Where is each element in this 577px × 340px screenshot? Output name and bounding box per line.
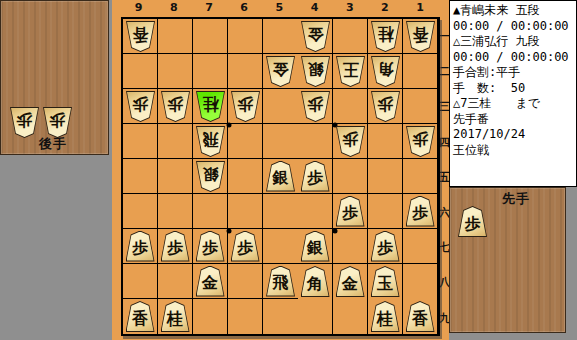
- board-cell-7九[interactable]: [193, 299, 228, 334]
- piece-kanji: 歩: [377, 96, 393, 116]
- shogi-piece-銀-gote[interactable]: 銀: [196, 161, 225, 192]
- board-cell-3九[interactable]: [333, 299, 368, 334]
- game-date: 2017/10/24: [453, 127, 576, 143]
- hoshi-dot: [333, 229, 338, 234]
- board-cell-5五[interactable]: 銀: [263, 159, 298, 194]
- file-label-6: 6: [227, 1, 262, 14]
- board-cell-4五[interactable]: 歩: [298, 159, 333, 194]
- file-labels: 987654321: [121, 1, 438, 14]
- piece-kanji: 桂: [377, 26, 393, 46]
- board-panel: 987654321 一二三四五六七八九 香金桂香金銀王角歩歩桂歩歩歩飛歩歩銀銀歩…: [112, 0, 449, 340]
- board-cell-4四[interactable]: [298, 124, 333, 159]
- piece-kanji: 歩: [465, 212, 481, 232]
- board-cell-3八[interactable]: 金: [333, 264, 368, 299]
- sente-clock: 00:00 / 00:00:00: [453, 19, 576, 35]
- board-cell-3五[interactable]: [333, 159, 368, 194]
- board-cell-7八[interactable]: 金: [193, 264, 228, 299]
- sente-hand-label: 先手: [502, 190, 530, 208]
- piece-kanji: 角: [307, 272, 323, 292]
- board-cell-2一[interactable]: 桂: [368, 19, 403, 54]
- board-cell-3四[interactable]: 歩: [333, 124, 368, 159]
- sente-player-name: ▲青嶋未来 五段: [453, 3, 576, 19]
- board-cell-9二[interactable]: [123, 54, 158, 89]
- board-cell-6八[interactable]: [228, 264, 263, 299]
- shogi-piece-金-sente[interactable]: 金: [196, 266, 225, 297]
- piece-kanji: 金: [307, 26, 323, 46]
- gote-hand-label: 後手: [39, 135, 67, 153]
- board-cell-9五[interactable]: [123, 159, 158, 194]
- piece-kanji: 銀: [202, 166, 218, 186]
- shogi-piece-歩-gote[interactable]: 歩: [371, 91, 400, 122]
- piece-kanji: 銀: [307, 236, 323, 256]
- board-cell-5七[interactable]: [263, 229, 298, 264]
- shogi-piece-歩-sente[interactable]: 歩: [196, 231, 225, 262]
- board-cell-5六[interactable]: [263, 194, 298, 229]
- piece-kanji: 銀: [273, 166, 289, 186]
- shogi-piece-歩-sente[interactable]: 歩: [301, 161, 330, 192]
- board-cell-1二[interactable]: [403, 54, 438, 89]
- shogi-piece-金-sente[interactable]: 金: [336, 266, 365, 297]
- board-cell-8五[interactable]: [158, 159, 193, 194]
- shogi-piece-王-gote[interactable]: 王: [336, 56, 365, 87]
- shogi-piece-香-gote[interactable]: 香: [126, 21, 155, 52]
- piece-kanji: 金: [342, 272, 358, 292]
- board-cell-3二[interactable]: 王: [333, 54, 368, 89]
- board-cell-6六[interactable]: [228, 194, 263, 229]
- board-cell-9四[interactable]: [123, 124, 158, 159]
- shogi-piece-金-gote[interactable]: 金: [266, 56, 295, 87]
- piece-kanji: 歩: [17, 113, 33, 133]
- shogi-piece-歩-gote[interactable]: 歩: [126, 91, 155, 122]
- board-cell-4七[interactable]: 銀: [298, 229, 333, 264]
- piece-kanji: 歩: [132, 96, 148, 116]
- piece-kanji: 桂: [167, 307, 183, 327]
- board-cell-7一[interactable]: [193, 19, 228, 54]
- file-label-5: 5: [262, 1, 297, 14]
- board-cell-5一[interactable]: [263, 19, 298, 54]
- piece-kanji: 歩: [412, 201, 428, 221]
- shogi-piece-歩-sente[interactable]: 歩: [458, 206, 487, 237]
- board-cell-6一[interactable]: [228, 19, 263, 54]
- piece-kanji: 香: [412, 26, 428, 46]
- board-cell-5九[interactable]: [263, 299, 298, 334]
- file-label-2: 2: [367, 1, 402, 14]
- piece-kanji: 歩: [307, 96, 323, 116]
- board-cell-7三[interactable]: 桂: [193, 89, 228, 124]
- shogi-piece-玉-sente[interactable]: 玉: [371, 266, 400, 297]
- board-cell-1七[interactable]: [403, 229, 438, 264]
- board-grid: 香金桂香金銀王角歩歩桂歩歩歩飛歩歩銀銀歩歩歩歩歩歩歩銀歩金飛角金玉香桂桂香: [121, 17, 440, 336]
- board-cell-2八[interactable]: 玉: [368, 264, 403, 299]
- board-cell-1四[interactable]: 歩: [403, 124, 438, 159]
- board-cell-5四[interactable]: [263, 124, 298, 159]
- move-count-label: 手 数: 50: [453, 81, 576, 97]
- board-cell-8六[interactable]: [158, 194, 193, 229]
- board-cell-9八[interactable]: [123, 264, 158, 299]
- shogi-piece-金-gote[interactable]: 金: [301, 21, 330, 52]
- hoshi-dot: [227, 123, 232, 128]
- board-cell-4三[interactable]: 歩: [298, 89, 333, 124]
- board-cell-1九[interactable]: 香: [403, 299, 438, 334]
- piece-kanji: 銀: [307, 61, 323, 81]
- piece-kanji: 香: [412, 307, 428, 327]
- gote-player-name: △三浦弘行 九段: [453, 34, 576, 50]
- board-cell-4六[interactable]: [298, 194, 333, 229]
- board-cell-8七[interactable]: 歩: [158, 229, 193, 264]
- shogi-app-window: 歩歩 後手 987654321 一二三四五六七八九 香金桂香金銀王角歩歩桂歩歩歩…: [0, 0, 577, 340]
- shogi-piece-飛-sente[interactable]: 飛: [266, 266, 295, 297]
- board-cell-1六[interactable]: 歩: [403, 194, 438, 229]
- shogi-piece-銀-gote[interactable]: 銀: [301, 56, 330, 87]
- piece-kanji: 歩: [237, 236, 253, 256]
- shogi-piece-歩-sente[interactable]: 歩: [336, 196, 365, 227]
- shogi-piece-銀-sente[interactable]: 銀: [266, 161, 295, 192]
- shogi-piece-飛-gote[interactable]: 飛: [196, 126, 225, 157]
- board-cell-1一[interactable]: 香: [403, 19, 438, 54]
- board-cell-2三[interactable]: 歩: [368, 89, 403, 124]
- piece-kanji: 歩: [412, 131, 428, 151]
- shogi-piece-歩-gote[interactable]: 歩: [336, 126, 365, 157]
- shogi-piece-歩-gote[interactable]: 歩: [161, 91, 190, 122]
- board-cell-7七[interactable]: 歩: [193, 229, 228, 264]
- board-cell-6二[interactable]: [228, 54, 263, 89]
- piece-kanji: 歩: [342, 201, 358, 221]
- board-cell-2二[interactable]: 角: [368, 54, 403, 89]
- board-cell-4八[interactable]: 角: [298, 264, 333, 299]
- board-cell-7二[interactable]: [193, 54, 228, 89]
- shogi-piece-桂-sente[interactable]: 桂: [161, 301, 190, 332]
- board-cell-5八[interactable]: 飛: [263, 264, 298, 299]
- board-cell-6九[interactable]: [228, 299, 263, 334]
- shogi-piece-歩-gote[interactable]: 歩: [406, 126, 435, 157]
- piece-kanji: 香: [132, 307, 148, 327]
- shogi-piece-香-sente[interactable]: 香: [406, 301, 435, 332]
- piece-kanji: 歩: [132, 236, 148, 256]
- board-cell-5二[interactable]: 金: [263, 54, 298, 89]
- board-cell-3一[interactable]: [333, 19, 368, 54]
- file-label-1: 1: [403, 1, 438, 14]
- piece-kanji: 飛: [273, 271, 289, 291]
- board-cell-8九[interactable]: 桂: [158, 299, 193, 334]
- shogi-piece-歩-sente[interactable]: 歩: [406, 196, 435, 227]
- piece-kanji: 桂: [202, 96, 218, 116]
- board-cell-1八[interactable]: [403, 264, 438, 299]
- board-cell-4九[interactable]: [298, 299, 333, 334]
- board-cell-2四[interactable]: [368, 124, 403, 159]
- shogi-piece-歩-sente[interactable]: 歩: [161, 231, 190, 262]
- shogi-piece-銀-sente[interactable]: 銀: [301, 231, 330, 262]
- board-cell-8二[interactable]: [158, 54, 193, 89]
- board-cell-7五[interactable]: 銀: [193, 159, 228, 194]
- piece-kanji: 歩: [237, 96, 253, 116]
- board-cell-2六[interactable]: [368, 194, 403, 229]
- board-cell-3七[interactable]: [333, 229, 368, 264]
- board-cell-8一[interactable]: [158, 19, 193, 54]
- shogi-piece-歩-gote[interactable]: 歩: [10, 107, 39, 138]
- file-label-3: 3: [332, 1, 367, 14]
- board-cell-7四[interactable]: 飛: [193, 124, 228, 159]
- shogi-piece-角-gote[interactable]: 角: [371, 56, 400, 87]
- piece-kanji: 玉: [377, 272, 393, 292]
- shogi-piece-桂-gote[interactable]: 桂: [196, 91, 225, 122]
- board-cell-2九[interactable]: 桂: [368, 299, 403, 334]
- piece-kanji: 金: [202, 271, 218, 291]
- sente-hand-pieces: 歩: [458, 206, 487, 237]
- last-move-label: △7三桂 まで: [453, 96, 576, 112]
- board-cell-9七[interactable]: 歩: [123, 229, 158, 264]
- board-cell-9九[interactable]: 香: [123, 299, 158, 334]
- piece-kanji: 歩: [167, 96, 183, 116]
- board-cell-8八[interactable]: [158, 264, 193, 299]
- piece-kanji: 角: [377, 61, 393, 81]
- file-label-9: 9: [121, 1, 156, 14]
- shogi-piece-歩-sente[interactable]: 歩: [126, 231, 155, 262]
- gote-hand-panel: 歩歩 後手: [0, 0, 109, 155]
- sente-hand-panel: 先手 歩: [449, 187, 566, 333]
- board-cell-1五[interactable]: [403, 159, 438, 194]
- file-label-7: 7: [191, 1, 226, 14]
- board-cell-6三[interactable]: 歩: [228, 89, 263, 124]
- board-cell-2七[interactable]: 歩: [368, 229, 403, 264]
- piece-kanji: 飛: [202, 131, 218, 151]
- piece-kanji: 歩: [342, 131, 358, 151]
- piece-kanji: 歩: [307, 166, 323, 186]
- piece-kanji: 歩: [50, 113, 66, 133]
- file-label-4: 4: [297, 1, 332, 14]
- shogi-piece-香-gote[interactable]: 香: [406, 21, 435, 52]
- shogi-piece-歩-gote[interactable]: 歩: [43, 107, 72, 138]
- tournament-name: 王位戦: [453, 143, 576, 159]
- piece-kanji: 歩: [202, 236, 218, 256]
- piece-kanji: 金: [273, 61, 289, 81]
- board-cell-7六[interactable]: [193, 194, 228, 229]
- shogi-piece-歩-sente[interactable]: 歩: [371, 231, 400, 262]
- board-cell-6四[interactable]: [228, 124, 263, 159]
- piece-kanji: 桂: [377, 307, 393, 327]
- board-cell-1三[interactable]: [403, 89, 438, 124]
- shogi-piece-香-sente[interactable]: 香: [126, 301, 155, 332]
- gote-hand-pieces: 歩歩: [10, 107, 72, 138]
- board-cell-8三[interactable]: 歩: [158, 89, 193, 124]
- handicap-label: 手合割:平手: [453, 65, 576, 81]
- shogi-piece-桂-sente[interactable]: 桂: [371, 301, 400, 332]
- piece-kanji: 王: [342, 61, 358, 81]
- shogi-piece-歩-gote[interactable]: 歩: [231, 91, 260, 122]
- board-cell-2五[interactable]: [368, 159, 403, 194]
- board-cell-9三[interactable]: 歩: [123, 89, 158, 124]
- file-label-8: 8: [156, 1, 191, 14]
- board-cell-8四[interactable]: [158, 124, 193, 159]
- piece-kanji: 歩: [377, 236, 393, 256]
- shogi-piece-桂-gote[interactable]: 桂: [371, 21, 400, 52]
- piece-kanji: 香: [132, 26, 148, 46]
- board-cell-6五[interactable]: [228, 159, 263, 194]
- board-cell-6七[interactable]: 歩: [228, 229, 263, 264]
- piece-kanji: 歩: [167, 236, 183, 256]
- gote-clock: 00:00 / 00:00:00: [453, 50, 576, 66]
- turn-indicator: 先手番: [453, 112, 576, 128]
- board-cell-9一[interactable]: 香: [123, 19, 158, 54]
- shogi-piece-歩-gote[interactable]: 歩: [301, 91, 330, 122]
- board-cell-4二[interactable]: 銀: [298, 54, 333, 89]
- board-cell-3三[interactable]: [333, 89, 368, 124]
- game-info-panel: ▲青嶋未来 五段 00:00 / 00:00:00 △三浦弘行 九段 00:00…: [449, 0, 577, 187]
- shogi-piece-角-sente[interactable]: 角: [301, 266, 330, 297]
- board-cell-3六[interactable]: 歩: [333, 194, 368, 229]
- board-cell-4一[interactable]: 金: [298, 19, 333, 54]
- board-cell-9六[interactable]: [123, 194, 158, 229]
- shogi-piece-歩-sente[interactable]: 歩: [231, 231, 260, 262]
- board-cell-5三[interactable]: [263, 89, 298, 124]
